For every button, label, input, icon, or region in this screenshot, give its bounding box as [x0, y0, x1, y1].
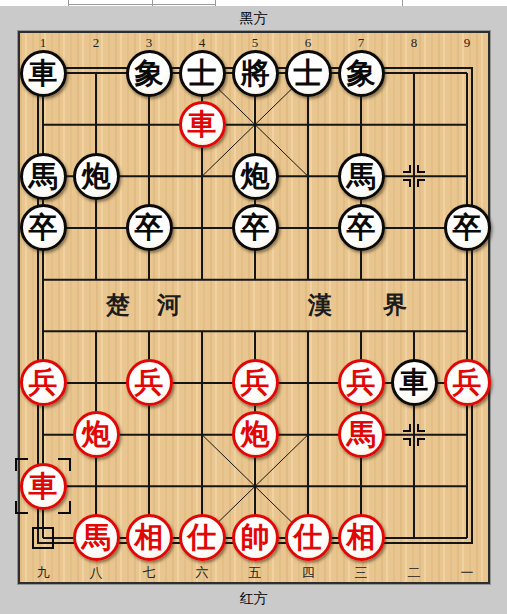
piece-red-general[interactable]: 帥 [232, 514, 279, 561]
column-number-bottom: 九 [17, 565, 69, 580]
piece-red-horse[interactable]: 馬 [338, 411, 385, 458]
piece-black-soldier[interactable]: 卒 [338, 204, 385, 251]
board-cell[interactable]: 卒 [335, 202, 388, 254]
board-cell[interactable]: 將 [229, 47, 282, 99]
piece-black-cannon[interactable]: 炮 [232, 153, 279, 200]
piece-red-chariot[interactable]: 車 [20, 463, 67, 510]
board-cell[interactable]: 卒 [229, 202, 282, 254]
board-cell[interactable]: 卒 [441, 202, 494, 254]
board-cell[interactable]: 相 [123, 512, 176, 564]
board-cell[interactable]: 兵 [17, 357, 70, 409]
board-cell[interactable]: 仕 [176, 512, 229, 564]
piece-red-soldier[interactable]: 兵 [338, 359, 385, 406]
board-cell[interactable]: 車 [176, 99, 229, 151]
piece-black-advisor[interactable]: 士 [285, 50, 332, 97]
piece-black-horse[interactable]: 馬 [338, 153, 385, 200]
piece-red-advisor[interactable]: 仕 [179, 514, 226, 561]
piece-red-cannon[interactable]: 炮 [73, 411, 120, 458]
board-cell[interactable]: 卒 [123, 202, 176, 254]
board-cell[interactable]: 炮 [70, 409, 123, 461]
board-cell[interactable]: 帥 [229, 512, 282, 564]
cropped-ui-artifact-line [68, 4, 215, 5]
piece-red-cannon[interactable]: 炮 [232, 411, 279, 458]
piece-red-advisor[interactable]: 仕 [285, 514, 332, 561]
column-number-bottom: 五 [229, 565, 281, 580]
piece-black-general[interactable]: 將 [232, 50, 279, 97]
board-cell[interactable]: 兵 [123, 357, 176, 409]
piece-black-chariot[interactable]: 車 [391, 359, 438, 406]
column-number-bottom: 三 [335, 565, 387, 580]
board-cell[interactable]: 相 [335, 512, 388, 564]
piece-black-chariot[interactable]: 車 [20, 50, 67, 97]
piece-black-elephant[interactable]: 象 [126, 50, 173, 97]
column-number-bottom: 四 [282, 565, 334, 580]
piece-black-soldier[interactable]: 卒 [126, 204, 173, 251]
board-cell[interactable]: 象 [123, 47, 176, 99]
board-cell[interactable]: 馬 [335, 409, 388, 461]
board-cell[interactable]: 炮 [70, 151, 123, 203]
column-number-bottom: 一 [441, 565, 493, 580]
piece-black-soldier[interactable]: 卒 [232, 204, 279, 251]
piece-red-soldier[interactable]: 兵 [20, 359, 67, 406]
board-cell[interactable]: 兵 [335, 357, 388, 409]
board-cell[interactable]: 車 [17, 47, 70, 99]
board-cell[interactable]: 炮 [229, 151, 282, 203]
board-cell[interactable]: 兵 [229, 357, 282, 409]
column-number-bottom: 六 [176, 565, 228, 580]
piece-black-soldier[interactable]: 卒 [444, 204, 491, 251]
board-cell[interactable]: 士 [176, 47, 229, 99]
board-cell[interactable]: 馬 [17, 151, 70, 203]
piece-red-soldier[interactable]: 兵 [444, 359, 491, 406]
black-side-label: 黑方 [0, 6, 507, 31]
board-cell[interactable]: 卒 [17, 202, 70, 254]
piece-red-horse[interactable]: 馬 [73, 514, 120, 561]
piece-red-chariot[interactable]: 車 [179, 101, 226, 148]
piece-black-advisor[interactable]: 士 [179, 50, 226, 97]
piece-black-horse[interactable]: 馬 [20, 153, 67, 200]
board-cell[interactable]: 馬 [335, 151, 388, 203]
board-cell[interactable]: 象 [335, 47, 388, 99]
piece-grid: 車象士將士象車馬炮炮馬卒卒卒卒卒兵兵兵兵車兵炮炮馬車馬相仕帥仕相 [17, 47, 494, 564]
piece-red-soldier[interactable]: 兵 [126, 359, 173, 406]
board-cell[interactable]: 士 [282, 47, 335, 99]
piece-red-elephant[interactable]: 相 [126, 514, 173, 561]
board-cell[interactable]: 兵 [441, 357, 494, 409]
column-number-bottom: 二 [388, 565, 440, 580]
piece-black-elephant[interactable]: 象 [338, 50, 385, 97]
piece-black-soldier[interactable]: 卒 [20, 204, 67, 251]
board-cell[interactable]: 車 [388, 357, 441, 409]
piece-black-cannon[interactable]: 炮 [73, 153, 120, 200]
piece-red-soldier[interactable]: 兵 [232, 359, 279, 406]
column-number-bottom: 七 [123, 565, 175, 580]
board-cell[interactable]: 車 [17, 460, 70, 512]
board-cell[interactable]: 炮 [229, 409, 282, 461]
red-side-label: 红方 [0, 586, 507, 614]
xiangqi-board[interactable]: 123456789九八七六五四三二一楚河漢界 車象士將士象車馬炮炮馬卒卒卒卒卒兵… [20, 33, 488, 582]
column-number-bottom: 八 [70, 565, 122, 580]
board-cell[interactable]: 馬 [70, 512, 123, 564]
board-cell[interactable]: 仕 [282, 512, 335, 564]
piece-red-elephant[interactable]: 相 [338, 514, 385, 561]
